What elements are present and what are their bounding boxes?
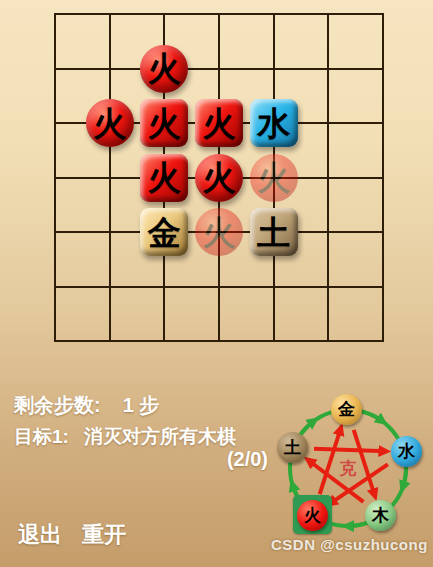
goal-line: 目标1:消灭对方所有木棋 xyxy=(14,424,236,450)
wheel-node-金: 金 xyxy=(331,394,362,425)
overcome-center-label: 克 xyxy=(332,457,364,480)
piece-火-circle-ghost: 火 xyxy=(195,208,243,256)
piece-火-circle-ghost: 火 xyxy=(250,154,298,202)
gen-arrow-water-wood xyxy=(403,466,406,488)
five-elements-wheel: 金水木火土 克 xyxy=(265,388,431,556)
piece-火-circle[interactable]: 火 xyxy=(140,45,188,93)
piece-火-square[interactable]: 火 xyxy=(195,99,243,147)
piece-火-circle[interactable]: 火 xyxy=(86,99,134,147)
wheel-node-火: 火 xyxy=(297,500,328,531)
wheel-node-水: 水 xyxy=(391,436,422,467)
piece-水-square[interactable]: 水 xyxy=(250,99,298,147)
wheel-node-土: 土 xyxy=(277,432,308,463)
gen-arrow-metal-water xyxy=(363,412,383,422)
button-bar: 退出 重开 xyxy=(18,520,126,550)
goal-label: 目标1: xyxy=(14,426,69,447)
piece-火-square[interactable]: 火 xyxy=(140,154,188,202)
watermark: CSDN @csuzhucong xyxy=(271,536,428,553)
piece-土-square[interactable]: 土 xyxy=(250,208,298,256)
game-board[interactable]: 火火火火水火火火金火土 xyxy=(54,13,384,342)
remaining-steps-value: 1 步 xyxy=(123,394,160,416)
piece-火-square[interactable]: 火 xyxy=(140,99,188,147)
remaining-steps-label: 剩余步数: xyxy=(14,394,101,416)
piece-火-circle[interactable]: 火 xyxy=(195,154,243,202)
game-screen: 火火火火水火火火金火土 剩余步数:1 步 目标1:消灭对方所有木棋 (2/0) … xyxy=(0,0,433,567)
exit-button[interactable]: 退出 xyxy=(18,520,62,550)
overcome-arrow-earth-water xyxy=(314,449,386,452)
wheel-node-木: 木 xyxy=(365,500,396,531)
goal-text: 消灭对方所有木棋 xyxy=(84,426,236,447)
remaining-steps-line: 剩余步数:1 步 xyxy=(14,392,159,419)
piece-金-square[interactable]: 金 xyxy=(140,208,188,256)
gen-arrow-wood-fire xyxy=(347,522,369,526)
goal-progress: (2/0) xyxy=(14,448,268,471)
restart-button[interactable]: 重开 xyxy=(82,520,126,550)
